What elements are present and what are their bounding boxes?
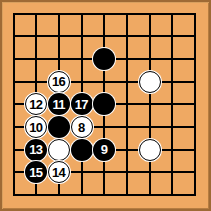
go-stone-white-16: 16 xyxy=(48,71,70,93)
move-number-label: 11 xyxy=(52,98,64,111)
go-stone-black xyxy=(48,116,70,138)
go-stone-black xyxy=(93,93,115,115)
move-number-label: 8 xyxy=(78,121,84,134)
go-stone-black-13: 13 xyxy=(25,139,47,161)
move-number-label: 17 xyxy=(75,98,88,111)
go-stone-black-11: 11 xyxy=(48,93,70,115)
go-stone-white xyxy=(48,139,70,161)
go-stone-black xyxy=(93,48,115,70)
go-stone-black xyxy=(71,139,93,161)
move-number-label: 14 xyxy=(52,166,65,179)
go-board: 161211171081391514 xyxy=(2,2,209,209)
go-stone-white-14: 14 xyxy=(48,161,70,183)
grid-line-vertical xyxy=(149,13,151,197)
grid-line-horizontal xyxy=(13,194,197,196)
go-stone-white xyxy=(139,71,161,93)
move-number-label: 10 xyxy=(29,121,42,134)
move-number-label: 15 xyxy=(29,166,42,179)
move-number-label: 12 xyxy=(29,98,42,111)
go-stone-white-8: 8 xyxy=(71,116,93,138)
go-board-frame: 161211171081391514 xyxy=(0,0,211,211)
move-number-label: 9 xyxy=(101,143,107,156)
go-stone-black-17: 17 xyxy=(71,93,93,115)
grid-line-vertical xyxy=(126,13,128,197)
go-stone-white xyxy=(139,139,161,161)
move-number-label: 16 xyxy=(52,75,65,88)
grid-line-vertical xyxy=(194,13,196,197)
go-stone-white-10: 10 xyxy=(25,116,47,138)
move-number-label: 13 xyxy=(29,143,42,156)
go-stone-black-15: 15 xyxy=(25,161,47,183)
go-stone-white-12: 12 xyxy=(25,93,47,115)
go-stone-black-9: 9 xyxy=(93,139,115,161)
grid-line-vertical xyxy=(171,13,173,197)
